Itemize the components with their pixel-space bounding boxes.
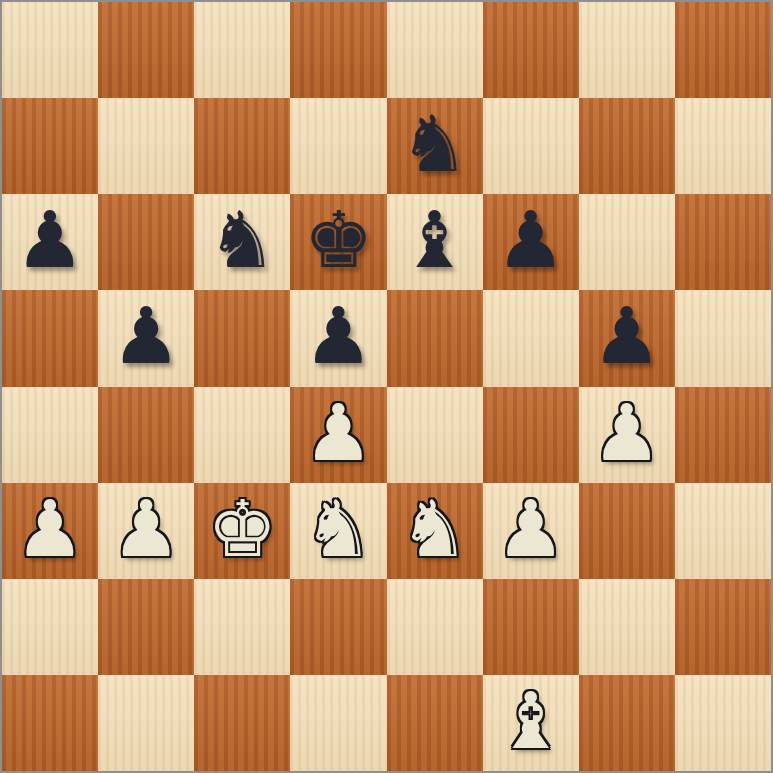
square-c6[interactable]: ♞	[194, 194, 290, 290]
square-a7[interactable]	[2, 98, 98, 194]
black-knight: ♞	[207, 201, 277, 279]
white-pawn: ♟	[592, 394, 662, 472]
square-f7[interactable]	[483, 98, 579, 194]
white-bishop: ♝	[496, 682, 566, 760]
square-g8[interactable]	[579, 2, 675, 98]
square-b6[interactable]	[98, 194, 194, 290]
square-f8[interactable]	[483, 2, 579, 98]
white-pawn: ♟	[303, 394, 373, 472]
square-e6[interactable]: ♝	[387, 194, 483, 290]
square-a5[interactable]	[2, 290, 98, 386]
square-b4[interactable]	[98, 387, 194, 483]
square-e4[interactable]	[387, 387, 483, 483]
square-d8[interactable]	[290, 2, 386, 98]
square-b5[interactable]: ♟	[98, 290, 194, 386]
square-e3[interactable]: ♞	[387, 483, 483, 579]
square-d1[interactable]	[290, 675, 386, 771]
square-d4[interactable]: ♟	[290, 387, 386, 483]
black-bishop: ♝	[400, 201, 470, 279]
square-a4[interactable]	[2, 387, 98, 483]
square-h8[interactable]	[675, 2, 771, 98]
square-a2[interactable]	[2, 579, 98, 675]
black-knight: ♞	[400, 105, 470, 183]
black-pawn: ♟	[303, 297, 373, 375]
white-pawn: ♟	[111, 490, 181, 568]
square-f4[interactable]	[483, 387, 579, 483]
square-b3[interactable]: ♟	[98, 483, 194, 579]
square-f2[interactable]	[483, 579, 579, 675]
square-h6[interactable]	[675, 194, 771, 290]
black-pawn: ♟	[496, 201, 566, 279]
square-h4[interactable]	[675, 387, 771, 483]
square-d3[interactable]: ♞	[290, 483, 386, 579]
square-h1[interactable]	[675, 675, 771, 771]
white-pawn: ♟	[496, 490, 566, 568]
square-d5[interactable]: ♟	[290, 290, 386, 386]
square-a8[interactable]	[2, 2, 98, 98]
square-h5[interactable]	[675, 290, 771, 386]
square-g1[interactable]	[579, 675, 675, 771]
square-h7[interactable]	[675, 98, 771, 194]
square-h2[interactable]	[675, 579, 771, 675]
square-a3[interactable]: ♟	[2, 483, 98, 579]
square-b8[interactable]	[98, 2, 194, 98]
square-f6[interactable]: ♟	[483, 194, 579, 290]
square-b7[interactable]	[98, 98, 194, 194]
black-pawn: ♟	[15, 201, 85, 279]
square-e1[interactable]	[387, 675, 483, 771]
square-g5[interactable]: ♟	[579, 290, 675, 386]
white-pawn: ♟	[15, 490, 85, 568]
square-a1[interactable]	[2, 675, 98, 771]
square-e2[interactable]	[387, 579, 483, 675]
square-e5[interactable]	[387, 290, 483, 386]
square-e8[interactable]	[387, 2, 483, 98]
square-f5[interactable]	[483, 290, 579, 386]
chess-board: ♞♟♞♚♝♟♟♟♟♟♟♟♟♚♞♞♟♝	[0, 0, 773, 773]
square-c2[interactable]	[194, 579, 290, 675]
black-pawn: ♟	[111, 297, 181, 375]
square-b2[interactable]	[98, 579, 194, 675]
square-c1[interactable]	[194, 675, 290, 771]
square-g7[interactable]	[579, 98, 675, 194]
square-f1[interactable]: ♝	[483, 675, 579, 771]
square-d7[interactable]	[290, 98, 386, 194]
square-g3[interactable]	[579, 483, 675, 579]
square-c7[interactable]	[194, 98, 290, 194]
black-pawn: ♟	[592, 297, 662, 375]
white-knight: ♞	[303, 490, 373, 568]
square-c5[interactable]	[194, 290, 290, 386]
square-e7[interactable]: ♞	[387, 98, 483, 194]
square-g2[interactable]	[579, 579, 675, 675]
square-d2[interactable]	[290, 579, 386, 675]
square-h3[interactable]	[675, 483, 771, 579]
square-c8[interactable]	[194, 2, 290, 98]
square-a6[interactable]: ♟	[2, 194, 98, 290]
white-knight: ♞	[400, 490, 470, 568]
square-b1[interactable]	[98, 675, 194, 771]
square-c3[interactable]: ♚	[194, 483, 290, 579]
black-king: ♚	[303, 201, 373, 279]
square-d6[interactable]: ♚	[290, 194, 386, 290]
square-g6[interactable]	[579, 194, 675, 290]
square-f3[interactable]: ♟	[483, 483, 579, 579]
square-c4[interactable]	[194, 387, 290, 483]
white-king: ♚	[207, 490, 277, 568]
square-g4[interactable]: ♟	[579, 387, 675, 483]
